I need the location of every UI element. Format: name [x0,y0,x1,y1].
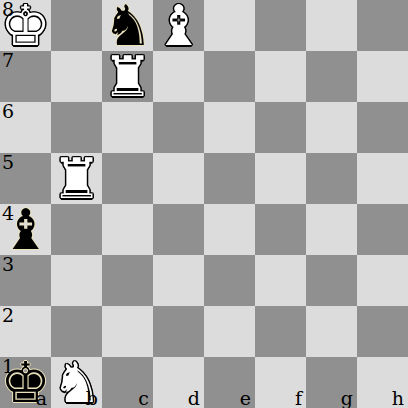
file-label: d [188,389,200,408]
square-e5[interactable] [204,153,255,204]
square-f1[interactable]: f [255,357,306,408]
square-g4[interactable] [306,204,357,255]
square-b7[interactable] [51,51,102,102]
square-f7[interactable] [255,51,306,102]
square-f4[interactable] [255,204,306,255]
square-c1[interactable]: c [102,357,153,408]
square-c2[interactable] [102,306,153,357]
rank-label: 1 [2,357,14,377]
file-label: a [36,389,47,408]
square-d4[interactable] [153,204,204,255]
square-f5[interactable] [255,153,306,204]
piece-white-bishop[interactable]: ♝ [153,0,204,51]
square-b4[interactable] [51,204,102,255]
file-label: g [341,389,353,408]
square-e4[interactable] [204,204,255,255]
square-f2[interactable] [255,306,306,357]
square-g3[interactable] [306,255,357,306]
chess-board: 8♚♞♝7♜65♜4♝321a♚b♞cdefgh [0,0,408,408]
square-f8[interactable] [255,0,306,51]
rank-label: 4 [2,204,14,224]
square-a1[interactable]: 1a♚ [0,357,51,408]
square-h5[interactable] [357,153,408,204]
square-b8[interactable] [51,0,102,51]
square-c4[interactable] [102,204,153,255]
square-e6[interactable] [204,102,255,153]
rank-label: 6 [2,102,14,122]
square-g1[interactable]: g [306,357,357,408]
square-g2[interactable] [306,306,357,357]
square-d6[interactable] [153,102,204,153]
rank-label: 5 [2,153,14,173]
square-h2[interactable] [357,306,408,357]
square-h7[interactable] [357,51,408,102]
square-g5[interactable] [306,153,357,204]
square-e7[interactable] [204,51,255,102]
file-label: h [392,389,404,408]
square-h6[interactable] [357,102,408,153]
square-d2[interactable] [153,306,204,357]
square-b5[interactable]: ♜ [51,153,102,204]
square-d7[interactable] [153,51,204,102]
square-e8[interactable] [204,0,255,51]
square-d5[interactable] [153,153,204,204]
square-e1[interactable]: e [204,357,255,408]
rank-label: 2 [2,306,14,326]
square-d3[interactable] [153,255,204,306]
square-c3[interactable] [102,255,153,306]
square-h3[interactable] [357,255,408,306]
square-c7[interactable]: ♜ [102,51,153,102]
square-f3[interactable] [255,255,306,306]
file-label: c [138,389,149,408]
rank-label: 7 [2,51,14,71]
square-a6[interactable]: 6 [0,102,51,153]
square-e3[interactable] [204,255,255,306]
square-g6[interactable] [306,102,357,153]
square-b1[interactable]: b♞ [51,357,102,408]
square-d1[interactable]: d [153,357,204,408]
square-h4[interactable] [357,204,408,255]
piece-white-rook[interactable]: ♜ [102,51,153,102]
square-e2[interactable] [204,306,255,357]
square-f6[interactable] [255,102,306,153]
rank-label: 8 [2,0,14,20]
square-a3[interactable]: 3 [0,255,51,306]
square-b3[interactable] [51,255,102,306]
file-label: b [86,389,98,408]
square-a4[interactable]: 4♝ [0,204,51,255]
piece-white-rook[interactable]: ♜ [51,153,102,204]
square-c6[interactable] [102,102,153,153]
file-label: e [240,389,251,408]
square-h1[interactable]: h [357,357,408,408]
square-d8[interactable]: ♝ [153,0,204,51]
square-g8[interactable] [306,0,357,51]
square-a8[interactable]: 8♚ [0,0,51,51]
square-a7[interactable]: 7 [0,51,51,102]
file-label: f [295,389,302,408]
square-c5[interactable] [102,153,153,204]
square-g7[interactable] [306,51,357,102]
rank-label: 3 [2,255,14,275]
square-h8[interactable] [357,0,408,51]
